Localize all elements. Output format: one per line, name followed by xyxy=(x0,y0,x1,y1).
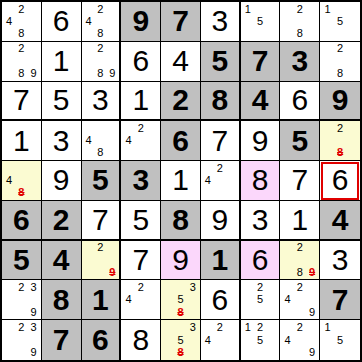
candidate-5: 5 xyxy=(334,15,347,27)
cell-value: 7 xyxy=(13,85,30,115)
cell-value: 3 xyxy=(252,205,269,235)
cell-r5c6[interactable]: 24 xyxy=(201,161,241,201)
candidate-8: 8 xyxy=(15,67,27,79)
cell-r7c7[interactable]: 6 xyxy=(241,241,281,281)
cell-r4c9[interactable]: 28 xyxy=(320,121,360,161)
cell-value: 7 xyxy=(172,6,189,36)
cell-r9c1[interactable]: 239 xyxy=(2,320,42,360)
cell-r5c7[interactable]: 8 xyxy=(241,161,281,201)
cell-value: 1 xyxy=(13,126,30,156)
cell-r6c2[interactable]: 2 xyxy=(42,201,82,241)
cell-value: 9 xyxy=(332,85,349,115)
cell-value: 3 xyxy=(211,6,228,36)
cell-r1c5[interactable]: 7 xyxy=(161,2,201,42)
cell-value: 8 xyxy=(53,285,70,315)
candidate-3: 3 xyxy=(187,321,199,334)
pencil-marks: 15 xyxy=(242,3,279,40)
cell-r1c9[interactable]: 15 xyxy=(320,2,360,42)
candidate-9: 9 xyxy=(306,306,318,318)
cell-r7c1[interactable]: 5 xyxy=(2,241,42,281)
cell-r4c2[interactable]: 3 xyxy=(42,121,82,161)
candidate-2: 2 xyxy=(294,321,306,334)
cell-r2c4[interactable]: 6 xyxy=(121,42,161,82)
candidate-4: 4 xyxy=(281,294,293,306)
candidate-8: 8 xyxy=(94,28,106,40)
cell-r2c3[interactable]: 289 xyxy=(82,42,122,82)
cell-value: 3 xyxy=(291,46,308,76)
cell-r3c7[interactable]: 4 xyxy=(241,82,281,122)
pencil-marks: 48 xyxy=(3,162,40,199)
cell-r6c6[interactable]: 9 xyxy=(201,201,241,241)
cell-value: 1 xyxy=(132,85,149,115)
cell-r4c4[interactable]: 24 xyxy=(121,121,161,161)
cell-r7c4[interactable]: 7 xyxy=(121,241,161,281)
cell-r8c9[interactable]: 7 xyxy=(320,280,360,320)
cell-r6c1[interactable]: 6 xyxy=(2,201,42,241)
cell-value: 5 xyxy=(13,245,30,275)
cell-r1c3[interactable]: 248 xyxy=(82,2,122,42)
cell-value: 1 xyxy=(291,205,308,235)
cell-r8c2[interactable]: 8 xyxy=(42,280,82,320)
cell-value: 6 xyxy=(211,285,228,315)
cell-value: 9 xyxy=(252,126,269,156)
cell-r5c3[interactable]: 5 xyxy=(82,161,122,201)
cell-value: 3 xyxy=(53,126,70,156)
cell-r8c3[interactable]: 1 xyxy=(82,280,122,320)
cell-value: 7 xyxy=(252,46,269,76)
cell-value: 6 xyxy=(92,325,109,355)
cell-value: 5 xyxy=(132,205,149,235)
cell-r4c6[interactable]: 7 xyxy=(201,121,241,161)
cell-value: 7 xyxy=(211,126,228,156)
cell-value: 8 xyxy=(172,205,189,235)
candidate-8: 8 xyxy=(294,266,306,278)
cell-r5c2[interactable]: 9 xyxy=(42,161,82,201)
sudoku-board: 2486248973152815289128964573287531284691… xyxy=(0,0,362,362)
cell-r9c7[interactable]: 125 xyxy=(241,320,281,360)
eliminated-candidate-9: 9 xyxy=(306,266,318,278)
candidate-1: 1 xyxy=(321,3,334,15)
cell-r5c9[interactable]: 6 xyxy=(320,161,360,201)
pencil-marks: 358 xyxy=(162,281,199,318)
candidate-4: 4 xyxy=(122,135,134,147)
pencil-marks: 28 xyxy=(321,43,359,80)
cell-value: 4 xyxy=(252,85,269,115)
cell-value: 6 xyxy=(332,165,349,195)
cell-r6c4[interactable]: 5 xyxy=(121,201,161,241)
cell-value: 3 xyxy=(332,245,349,275)
cell-r6c9[interactable]: 4 xyxy=(320,201,360,241)
candidate-9: 9 xyxy=(28,306,40,318)
cell-r3c8[interactable]: 6 xyxy=(280,82,320,122)
candidate-1: 1 xyxy=(321,321,334,334)
pencil-marks: 24 xyxy=(202,321,238,359)
candidate-8: 8 xyxy=(15,28,27,40)
pencil-marks: 289 xyxy=(3,43,40,80)
pencil-marks: 25 xyxy=(242,281,279,318)
pencil-marks: 289 xyxy=(83,43,119,80)
cell-r1c8[interactable]: 28 xyxy=(280,2,320,42)
cell-r6c7[interactable]: 3 xyxy=(241,201,281,241)
cell-value: 7 xyxy=(332,285,349,315)
cell-value: 7 xyxy=(132,245,149,275)
cell-value: 2 xyxy=(53,205,70,235)
candidate-8: 8 xyxy=(94,67,106,79)
cell-r4c7[interactable]: 9 xyxy=(241,121,281,161)
cell-value: 1 xyxy=(172,165,189,195)
candidate-8: 8 xyxy=(94,147,106,159)
candidate-4: 4 xyxy=(122,294,134,306)
candidate-4: 4 xyxy=(202,334,214,347)
cell-r6c5[interactable]: 8 xyxy=(161,201,201,241)
cell-r4c5[interactable]: 6 xyxy=(161,121,201,161)
eliminated-candidate-8: 8 xyxy=(174,306,186,318)
pencil-marks: 358 xyxy=(162,321,199,359)
cell-value: 6 xyxy=(252,245,269,275)
cell-value: 9 xyxy=(211,205,228,235)
cell-r2c5[interactable]: 4 xyxy=(161,42,201,82)
cell-value: 6 xyxy=(172,126,189,156)
candidate-2: 2 xyxy=(15,321,27,334)
cell-r3c3[interactable]: 3 xyxy=(82,82,122,122)
pencil-marks: 249 xyxy=(281,321,318,359)
cell-r9c4[interactable]: 8 xyxy=(121,320,161,360)
cell-r3c2[interactable]: 5 xyxy=(42,82,82,122)
cell-r1c6[interactable]: 3 xyxy=(201,2,241,42)
cell-r9c9[interactable]: 15 xyxy=(320,320,360,360)
cell-r6c8[interactable]: 1 xyxy=(280,201,320,241)
candidate-3: 3 xyxy=(28,321,40,334)
pencil-marks: 248 xyxy=(3,3,40,40)
pencil-marks: 28 xyxy=(281,3,318,40)
cell-value: 5 xyxy=(92,165,109,195)
candidate-5: 5 xyxy=(254,334,266,347)
candidate-2: 2 xyxy=(334,43,347,55)
cell-value: 1 xyxy=(92,285,109,315)
cell-r4c8[interactable]: 5 xyxy=(280,121,320,161)
candidate-4: 4 xyxy=(202,174,214,186)
cell-r7c8[interactable]: 289 xyxy=(280,241,320,281)
cell-r2c8[interactable]: 3 xyxy=(280,42,320,82)
cell-r2c1[interactable]: 289 xyxy=(2,42,42,82)
cell-r4c1[interactable]: 1 xyxy=(2,121,42,161)
cell-r7c3[interactable]: 29 xyxy=(82,241,122,281)
cell-r7c5[interactable]: 9 xyxy=(161,241,201,281)
cell-r8c8[interactable]: 249 xyxy=(280,280,320,320)
cell-r9c5[interactable]: 358 xyxy=(161,320,201,360)
cell-r9c2[interactable]: 7 xyxy=(42,320,82,360)
cell-value: 8 xyxy=(211,85,228,115)
pencil-marks: 239 xyxy=(3,321,40,359)
cell-r5c4[interactable]: 3 xyxy=(121,161,161,201)
pencil-marks: 125 xyxy=(242,321,279,359)
candidate-9: 9 xyxy=(28,346,40,359)
cell-r5c5[interactable]: 1 xyxy=(161,161,201,201)
cell-value: 8 xyxy=(132,325,149,355)
candidate-4: 4 xyxy=(281,334,293,347)
cell-value: 6 xyxy=(291,85,308,115)
cell-r2c7[interactable]: 7 xyxy=(241,42,281,82)
candidate-9: 9 xyxy=(306,346,318,359)
pencil-marks: 24 xyxy=(122,122,159,159)
cell-r1c7[interactable]: 15 xyxy=(241,2,281,42)
cell-value: 6 xyxy=(13,205,30,235)
eliminated-candidate-8: 8 xyxy=(174,346,186,359)
cell-value: 7 xyxy=(53,325,70,355)
pencil-marks: 289 xyxy=(281,242,318,279)
cell-r2c9[interactable]: 28 xyxy=(320,42,360,82)
candidate-5: 5 xyxy=(174,334,186,347)
candidate-8: 8 xyxy=(334,67,347,79)
cell-value: 5 xyxy=(211,46,228,76)
cell-value: 6 xyxy=(53,6,70,36)
cell-r4c3[interactable]: 48 xyxy=(82,121,122,161)
candidate-5: 5 xyxy=(254,15,266,27)
candidate-3: 3 xyxy=(187,281,199,293)
candidate-2: 2 xyxy=(15,3,27,15)
pencil-marks: 24 xyxy=(122,281,159,318)
candidate-2: 2 xyxy=(294,3,306,15)
cell-r5c8[interactable]: 7 xyxy=(280,161,320,201)
candidate-2: 2 xyxy=(135,281,147,293)
cell-value: 5 xyxy=(53,85,70,115)
candidate-2: 2 xyxy=(214,321,226,334)
cell-value: 4 xyxy=(332,205,349,235)
eliminated-candidate-8: 8 xyxy=(15,187,27,199)
candidate-4: 4 xyxy=(83,15,95,27)
cell-value: 1 xyxy=(53,46,70,76)
candidate-5: 5 xyxy=(174,294,186,306)
cell-value: 2 xyxy=(172,85,189,115)
candidate-4: 4 xyxy=(3,15,15,27)
cell-r1c2[interactable]: 6 xyxy=(42,2,82,42)
cell-r8c4[interactable]: 24 xyxy=(121,280,161,320)
cell-r1c4[interactable]: 9 xyxy=(121,2,161,42)
cell-r7c6[interactable]: 1 xyxy=(201,241,241,281)
pencil-marks: 239 xyxy=(3,281,40,318)
cell-r1c1[interactable]: 248 xyxy=(2,2,42,42)
cell-r5c1[interactable]: 48 xyxy=(2,161,42,201)
cell-value: 4 xyxy=(172,46,189,76)
eliminated-candidate-9: 9 xyxy=(106,266,118,278)
cell-r3c6[interactable]: 8 xyxy=(201,82,241,122)
cell-value: 9 xyxy=(53,165,70,195)
cell-r8c6[interactable]: 6 xyxy=(201,280,241,320)
candidate-3: 3 xyxy=(28,281,40,293)
eliminated-candidate-8: 8 xyxy=(334,147,347,159)
candidate-1: 1 xyxy=(242,321,254,334)
candidate-4: 4 xyxy=(83,135,95,147)
cell-r2c6[interactable]: 5 xyxy=(201,42,241,82)
cell-value: 7 xyxy=(291,165,308,195)
cell-value: 3 xyxy=(132,165,149,195)
pencil-marks: 15 xyxy=(321,3,359,40)
candidate-2: 2 xyxy=(294,281,306,293)
cell-value: 1 xyxy=(211,245,228,275)
candidate-5: 5 xyxy=(334,334,347,347)
cell-r7c9[interactable]: 3 xyxy=(320,241,360,281)
candidate-2: 2 xyxy=(214,162,226,174)
candidate-2: 2 xyxy=(254,321,266,334)
cell-value: 5 xyxy=(291,126,308,156)
cell-r3c4[interactable]: 1 xyxy=(121,82,161,122)
cell-value: 8 xyxy=(252,165,269,195)
cell-r3c1[interactable]: 7 xyxy=(2,82,42,122)
cell-r6c3[interactable]: 7 xyxy=(82,201,122,241)
pencil-marks: 248 xyxy=(83,3,119,40)
pencil-marks: 29 xyxy=(83,242,119,279)
cell-value: 7 xyxy=(92,205,109,235)
candidate-9: 9 xyxy=(28,67,40,79)
candidate-2: 2 xyxy=(15,281,27,293)
candidate-2: 2 xyxy=(94,3,106,15)
candidate-4: 4 xyxy=(3,174,15,186)
cell-r9c3[interactable]: 6 xyxy=(82,320,122,360)
candidate-2: 2 xyxy=(15,43,27,55)
cell-r3c9[interactable]: 9 xyxy=(320,82,360,122)
cell-value: 3 xyxy=(92,85,109,115)
cell-r8c7[interactable]: 25 xyxy=(241,280,281,320)
candidate-2: 2 xyxy=(135,122,147,134)
candidate-9: 9 xyxy=(106,67,118,79)
cell-r3c5[interactable]: 2 xyxy=(161,82,201,122)
pencil-marks: 249 xyxy=(281,281,318,318)
cell-value: 9 xyxy=(132,6,149,36)
candidate-2: 2 xyxy=(254,281,266,293)
cell-value: 6 xyxy=(132,46,149,76)
cell-value: 9 xyxy=(172,245,189,275)
cell-r9c8[interactable]: 249 xyxy=(280,320,320,360)
candidate-2: 2 xyxy=(334,122,347,134)
cell-r2c2[interactable]: 1 xyxy=(42,42,82,82)
pencil-marks: 15 xyxy=(321,321,359,359)
cell-r8c5[interactable]: 358 xyxy=(161,280,201,320)
cell-r7c2[interactable]: 4 xyxy=(42,241,82,281)
cell-r9c6[interactable]: 24 xyxy=(201,320,241,360)
candidate-2: 2 xyxy=(94,242,106,254)
candidate-5: 5 xyxy=(254,294,266,306)
candidate-2: 2 xyxy=(294,242,306,254)
cell-value: 4 xyxy=(53,245,70,275)
pencil-marks: 24 xyxy=(202,162,238,199)
pencil-marks: 48 xyxy=(83,122,119,159)
cell-r8c1[interactable]: 239 xyxy=(2,280,42,320)
candidate-1: 1 xyxy=(242,3,254,15)
candidate-8: 8 xyxy=(294,28,306,40)
candidate-2: 2 xyxy=(94,43,106,55)
pencil-marks: 28 xyxy=(321,122,359,159)
